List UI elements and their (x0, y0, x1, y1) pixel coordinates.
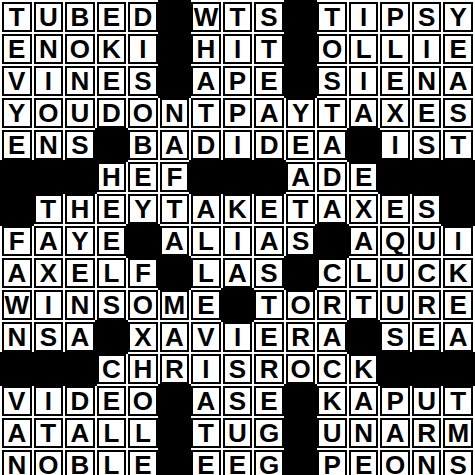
letter-cell[interactable]: O (65, 34, 95, 64)
black-cell (380, 162, 410, 192)
letter-cell[interactable]: P (317, 450, 347, 475)
black-cell (443, 354, 473, 384)
letter-cell[interactable]: G (254, 450, 284, 475)
letter-cell[interactable]: C (317, 258, 347, 288)
black-cell (160, 258, 190, 288)
letter-cell[interactable]: S (317, 66, 347, 96)
letter-cell[interactable]: U (380, 258, 410, 288)
letter-cell[interactable]: E (254, 66, 284, 96)
black-cell (286, 2, 316, 32)
letter-cell[interactable]: L (349, 34, 379, 64)
black-cell (2, 194, 32, 224)
letter-cell[interactable]: I (223, 322, 253, 352)
letter-cell[interactable]: A (349, 386, 379, 416)
letter-cell[interactable]: D (128, 2, 158, 32)
letter-cell[interactable]: R (317, 290, 347, 320)
letter-cell[interactable]: L (380, 34, 410, 64)
letter-cell[interactable]: U (412, 226, 442, 256)
letter-cell[interactable]: K (223, 194, 253, 224)
black-cell (443, 162, 473, 192)
letter-cell[interactable]: A (2, 258, 32, 288)
black-cell (443, 194, 473, 224)
letter-cell[interactable]: A (2, 418, 32, 448)
letter-cell[interactable]: A (65, 418, 95, 448)
letter-cell[interactable]: E (412, 98, 442, 128)
black-cell (34, 162, 64, 192)
letter-cell[interactable]: T (34, 418, 64, 448)
letter-cell[interactable]: R (412, 290, 442, 320)
black-cell (160, 2, 190, 32)
letter-cell[interactable]: T (286, 194, 316, 224)
letter-cell[interactable]: E (443, 290, 473, 320)
black-cell (97, 322, 127, 352)
letter-cell[interactable]: O (128, 386, 158, 416)
letter-cell[interactable]: A (34, 226, 64, 256)
letter-cell[interactable]: R (412, 418, 442, 448)
black-cell (349, 322, 379, 352)
letter-cell[interactable]: I (34, 386, 64, 416)
black-cell (412, 162, 442, 192)
letter-cell[interactable]: A (160, 322, 190, 352)
letter-cell[interactable]: F (160, 162, 190, 192)
letter-cell[interactable]: H (65, 194, 95, 224)
letter-cell[interactable]: S (65, 130, 95, 160)
letter-cell[interactable]: S (380, 322, 410, 352)
letter-cell[interactable]: R (254, 354, 284, 384)
letter-cell[interactable]: T (254, 34, 284, 64)
letter-cell[interactable]: S (412, 194, 442, 224)
letter-cell[interactable]: U (223, 418, 253, 448)
letter-cell[interactable]: N (412, 450, 442, 475)
letter-cell[interactable]: A (380, 418, 410, 448)
letter-cell[interactable]: A (317, 194, 347, 224)
letter-cell[interactable]: H (97, 162, 127, 192)
letter-cell[interactable]: I (380, 130, 410, 160)
letter-cell[interactable]: P (223, 66, 253, 96)
letter-cell[interactable]: H (128, 354, 158, 384)
black-cell (286, 258, 316, 288)
letter-cell[interactable]: U (34, 2, 64, 32)
letter-cell[interactable]: N (2, 322, 32, 352)
letter-cell[interactable]: S (286, 226, 316, 256)
black-cell (160, 386, 190, 416)
letter-cell[interactable]: S (223, 386, 253, 416)
letter-cell[interactable]: E (349, 450, 379, 475)
black-cell (223, 162, 253, 192)
letter-cell[interactable]: E (349, 162, 379, 192)
letter-cell[interactable]: A (160, 226, 190, 256)
letter-cell[interactable]: Q (380, 226, 410, 256)
letter-cell[interactable]: E (380, 66, 410, 96)
letter-cell[interactable]: S (223, 354, 253, 384)
letter-cell[interactable]: B (65, 2, 95, 32)
letter-cell[interactable]: N (349, 418, 379, 448)
letter-cell[interactable]: T (349, 290, 379, 320)
letter-cell[interactable]: L (349, 258, 379, 288)
letter-cell[interactable]: R (160, 354, 190, 384)
black-cell (34, 354, 64, 384)
letter-cell[interactable]: T (223, 2, 253, 32)
letter-cell[interactable]: S (412, 2, 442, 32)
black-cell (286, 418, 316, 448)
letter-cell[interactable]: I (349, 2, 379, 32)
letter-cell[interactable]: E (254, 322, 284, 352)
letter-cell[interactable]: E (97, 194, 127, 224)
letter-cell[interactable]: S (254, 258, 284, 288)
letter-cell[interactable]: C (412, 258, 442, 288)
letter-cell[interactable]: F (2, 226, 32, 256)
letter-cell[interactable]: L (191, 226, 221, 256)
letter-cell[interactable]: E (443, 34, 473, 64)
letter-cell[interactable]: T (443, 130, 473, 160)
letter-cell[interactable]: N (412, 66, 442, 96)
letter-cell[interactable]: I (34, 290, 64, 320)
letter-cell[interactable]: X (380, 98, 410, 128)
black-cell (317, 226, 347, 256)
letter-cell[interactable]: I (349, 66, 379, 96)
black-cell (286, 450, 316, 475)
letter-cell[interactable]: K (349, 354, 379, 384)
letter-cell[interactable]: K (97, 34, 127, 64)
letter-cell[interactable]: I (443, 226, 473, 256)
letter-cell[interactable]: V (191, 322, 221, 352)
letter-cell[interactable]: A (443, 322, 473, 352)
letter-cell[interactable]: A (191, 386, 221, 416)
letter-cell[interactable]: E (412, 322, 442, 352)
letter-cell[interactable]: C (317, 354, 347, 384)
letter-cell[interactable]: S (443, 450, 473, 475)
letter-cell[interactable]: S (254, 2, 284, 32)
black-cell (2, 162, 32, 192)
black-cell (286, 34, 316, 64)
letter-cell[interactable]: E (97, 226, 127, 256)
letter-cell[interactable]: M (443, 418, 473, 448)
black-cell (160, 418, 190, 448)
letter-cell[interactable]: Y (128, 194, 158, 224)
letter-cell[interactable]: A (191, 66, 221, 96)
letter-cell[interactable]: N (34, 34, 64, 64)
letter-cell[interactable]: X (34, 258, 64, 288)
letter-cell[interactable]: E (97, 66, 127, 96)
letter-cell[interactable]: A (349, 98, 379, 128)
letter-cell[interactable]: A (254, 98, 284, 128)
letter-cell[interactable]: U (380, 290, 410, 320)
letter-cell[interactable]: X (349, 194, 379, 224)
letter-cell[interactable]: D (254, 130, 284, 160)
black-cell (160, 34, 190, 64)
letter-cell[interactable]: T (443, 386, 473, 416)
letter-cell[interactable]: N (65, 66, 95, 96)
black-cell (160, 450, 190, 475)
black-cell (254, 162, 284, 192)
letter-cell[interactable]: I (34, 66, 64, 96)
letter-cell[interactable]: I (412, 34, 442, 64)
letter-cell[interactable]: T (191, 98, 221, 128)
letter-cell[interactable]: K (317, 386, 347, 416)
black-cell (286, 66, 316, 96)
letter-cell[interactable]: L (97, 450, 127, 475)
letter-cell[interactable]: E (223, 450, 253, 475)
letter-cell[interactable]: E (97, 2, 127, 32)
letter-cell[interactable]: D (191, 130, 221, 160)
black-cell (97, 130, 127, 160)
letter-cell[interactable]: G (254, 418, 284, 448)
letter-cell[interactable]: A (65, 322, 95, 352)
letter-cell[interactable]: F (128, 258, 158, 288)
letter-cell[interactable]: T (2, 2, 32, 32)
letter-cell[interactable]: B (65, 450, 95, 475)
letter-cell[interactable]: D (97, 98, 127, 128)
letter-cell[interactable]: A (191, 194, 221, 224)
letter-cell[interactable]: O (128, 290, 158, 320)
letter-cell[interactable]: S (97, 290, 127, 320)
letter-cell[interactable]: A (286, 162, 316, 192)
black-cell (349, 130, 379, 160)
letter-cell[interactable]: A (160, 130, 190, 160)
letter-cell[interactable]: T (191, 418, 221, 448)
letter-cell[interactable]: P (223, 98, 253, 128)
letter-cell[interactable]: O (34, 450, 64, 475)
letter-cell[interactable]: O (317, 34, 347, 64)
black-cell (223, 290, 253, 320)
letter-cell[interactable]: C (97, 354, 127, 384)
letter-cell[interactable]: I (223, 130, 253, 160)
letter-cell[interactable]: U (317, 418, 347, 448)
letter-cell[interactable]: L (97, 418, 127, 448)
letter-cell[interactable]: L (191, 258, 221, 288)
letter-cell[interactable]: T (34, 194, 64, 224)
letter-cell[interactable]: P (380, 2, 410, 32)
letter-cell[interactable]: D (317, 162, 347, 192)
letter-cell[interactable]: N (34, 130, 64, 160)
letter-cell[interactable]: E (380, 194, 410, 224)
letter-cell[interactable]: E (254, 194, 284, 224)
letter-cell[interactable]: O (128, 98, 158, 128)
letter-cell[interactable]: W (2, 290, 32, 320)
letter-cell[interactable]: T (160, 194, 190, 224)
letter-cell[interactable]: I (223, 226, 253, 256)
black-cell (2, 354, 32, 384)
letter-cell[interactable]: N (2, 450, 32, 475)
black-cell (412, 354, 442, 384)
letter-cell[interactable]: L (97, 258, 127, 288)
letter-cell[interactable]: D (65, 386, 95, 416)
letter-cell[interactable]: A (443, 66, 473, 96)
letter-cell[interactable]: E (128, 450, 158, 475)
letter-cell[interactable]: N (65, 290, 95, 320)
letter-cell[interactable]: E (254, 386, 284, 416)
letter-cell[interactable]: M (160, 290, 190, 320)
letter-cell[interactable]: I (191, 354, 221, 384)
letter-cell[interactable]: A (223, 258, 253, 288)
black-cell (128, 226, 158, 256)
letter-cell[interactable]: A (349, 226, 379, 256)
letter-cell[interactable]: O (34, 98, 64, 128)
black-cell (160, 66, 190, 96)
letter-cell[interactable]: E (2, 34, 32, 64)
letter-cell[interactable]: B (128, 130, 158, 160)
letter-cell[interactable]: E (191, 290, 221, 320)
letter-cell[interactable]: Y (65, 226, 95, 256)
black-cell (191, 162, 221, 192)
letter-cell[interactable]: U (412, 386, 442, 416)
letter-cell[interactable]: A (317, 130, 347, 160)
letter-cell[interactable]: I (128, 34, 158, 64)
letter-cell[interactable]: S (34, 322, 64, 352)
black-cell (380, 354, 410, 384)
letter-cell[interactable]: V (2, 66, 32, 96)
crossword-grid: TUBEDWTSTIPSYENOKIHITOLLIEVINESAPESIENAY… (0, 0, 475, 475)
letter-cell[interactable]: E (191, 450, 221, 475)
letter-cell[interactable]: K (443, 258, 473, 288)
letter-cell[interactable]: Y (443, 2, 473, 32)
letter-cell[interactable]: P (380, 386, 410, 416)
letter-cell[interactable]: H (191, 34, 221, 64)
letter-cell[interactable]: R (286, 322, 316, 352)
letter-cell[interactable]: W (191, 2, 221, 32)
letter-cell[interactable]: E (286, 130, 316, 160)
black-cell (286, 386, 316, 416)
letter-cell[interactable]: Y (286, 98, 316, 128)
letter-cell[interactable]: O (286, 290, 316, 320)
black-cell (65, 354, 95, 384)
letter-cell[interactable]: E (2, 130, 32, 160)
letter-cell[interactable]: A (254, 226, 284, 256)
letter-cell[interactable]: N (160, 98, 190, 128)
letter-cell[interactable]: E (128, 162, 158, 192)
letter-cell[interactable]: O (380, 450, 410, 475)
letter-cell[interactable]: L (128, 418, 158, 448)
letter-cell[interactable]: Y (2, 98, 32, 128)
letter-cell[interactable]: S (443, 98, 473, 128)
letter-cell[interactable]: T (254, 290, 284, 320)
letter-cell[interactable]: S (128, 66, 158, 96)
letter-cell[interactable]: V (2, 386, 32, 416)
letter-cell[interactable]: O (286, 354, 316, 384)
letter-cell[interactable]: T (317, 98, 347, 128)
letter-cell[interactable]: U (65, 98, 95, 128)
letter-cell[interactable]: T (317, 2, 347, 32)
letter-cell[interactable]: E (65, 258, 95, 288)
letter-cell[interactable]: X (128, 322, 158, 352)
letter-cell[interactable]: E (97, 386, 127, 416)
letter-cell[interactable]: A (317, 322, 347, 352)
black-cell (65, 162, 95, 192)
letter-cell[interactable]: S (412, 130, 442, 160)
letter-cell[interactable]: I (223, 34, 253, 64)
